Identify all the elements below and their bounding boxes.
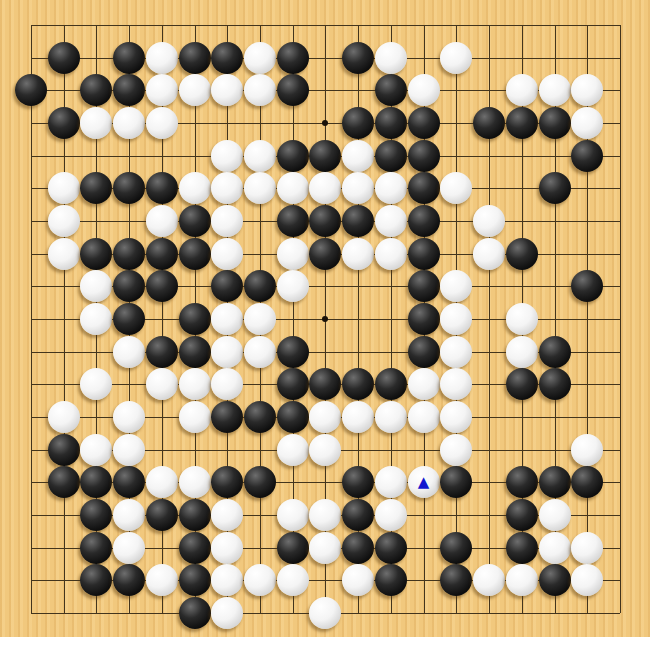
black-stone[interactable]: [244, 466, 276, 498]
white-stone[interactable]: [506, 336, 538, 368]
black-stone[interactable]: [277, 205, 309, 237]
white-stone[interactable]: [375, 238, 407, 270]
black-stone[interactable]: [571, 270, 603, 302]
black-stone[interactable]: [506, 466, 538, 498]
black-stone[interactable]: [146, 336, 178, 368]
black-stone[interactable]: [113, 466, 145, 498]
white-stone[interactable]: [342, 238, 374, 270]
white-stone[interactable]: [80, 303, 112, 335]
white-stone[interactable]: [571, 107, 603, 139]
white-stone[interactable]: [375, 499, 407, 531]
black-stone[interactable]: [48, 107, 80, 139]
white-stone[interactable]: [179, 74, 211, 106]
black-stone[interactable]: [277, 401, 309, 433]
white-stone[interactable]: [309, 499, 341, 531]
black-stone[interactable]: [179, 564, 211, 596]
black-stone[interactable]: [179, 499, 211, 531]
black-stone[interactable]: [146, 270, 178, 302]
black-stone[interactable]: [113, 172, 145, 204]
white-stone[interactable]: [48, 401, 80, 433]
black-stone[interactable]: [113, 270, 145, 302]
black-stone[interactable]: [48, 434, 80, 466]
white-stone[interactable]: ▲: [408, 466, 440, 498]
white-stone[interactable]: [211, 205, 243, 237]
white-stone[interactable]: [440, 434, 472, 466]
black-stone[interactable]: [211, 270, 243, 302]
black-stone[interactable]: [179, 205, 211, 237]
black-stone[interactable]: [179, 336, 211, 368]
black-stone[interactable]: [277, 336, 309, 368]
white-stone[interactable]: [179, 172, 211, 204]
white-stone[interactable]: [309, 401, 341, 433]
white-stone[interactable]: [113, 401, 145, 433]
white-stone[interactable]: [113, 434, 145, 466]
white-stone[interactable]: [146, 205, 178, 237]
white-stone[interactable]: [342, 140, 374, 172]
white-stone[interactable]: [211, 303, 243, 335]
black-stone[interactable]: [506, 532, 538, 564]
black-stone[interactable]: [375, 74, 407, 106]
white-stone[interactable]: [113, 107, 145, 139]
white-stone[interactable]: [375, 401, 407, 433]
white-stone[interactable]: [146, 466, 178, 498]
black-stone[interactable]: [539, 336, 571, 368]
black-stone[interactable]: [80, 499, 112, 531]
white-stone[interactable]: [146, 564, 178, 596]
black-stone[interactable]: [408, 270, 440, 302]
white-stone[interactable]: [179, 401, 211, 433]
white-stone[interactable]: [342, 564, 374, 596]
black-stone[interactable]: [539, 368, 571, 400]
white-stone[interactable]: [211, 140, 243, 172]
black-stone[interactable]: [309, 368, 341, 400]
black-stone[interactable]: [179, 303, 211, 335]
black-stone[interactable]: [113, 564, 145, 596]
white-stone[interactable]: [277, 499, 309, 531]
black-stone[interactable]: [277, 74, 309, 106]
star-point: [322, 316, 328, 322]
black-stone[interactable]: [375, 107, 407, 139]
white-stone[interactable]: [48, 205, 80, 237]
white-stone[interactable]: [80, 107, 112, 139]
white-stone[interactable]: [244, 336, 276, 368]
black-stone[interactable]: [48, 466, 80, 498]
white-stone[interactable]: [539, 532, 571, 564]
white-stone[interactable]: [80, 434, 112, 466]
black-stone[interactable]: [506, 238, 538, 270]
white-stone[interactable]: [375, 205, 407, 237]
black-stone[interactable]: [473, 107, 505, 139]
white-stone[interactable]: [244, 140, 276, 172]
white-stone[interactable]: [179, 466, 211, 498]
white-stone[interactable]: [506, 303, 538, 335]
black-stone[interactable]: [80, 466, 112, 498]
white-stone[interactable]: [408, 401, 440, 433]
black-stone[interactable]: [408, 238, 440, 270]
white-stone[interactable]: [211, 172, 243, 204]
star-point: [322, 120, 328, 126]
black-stone[interactable]: [179, 42, 211, 74]
white-stone[interactable]: [571, 532, 603, 564]
black-stone[interactable]: [309, 140, 341, 172]
black-stone[interactable]: [571, 466, 603, 498]
black-stone[interactable]: [179, 532, 211, 564]
black-stone[interactable]: [277, 368, 309, 400]
black-stone[interactable]: [539, 466, 571, 498]
white-stone[interactable]: [408, 74, 440, 106]
black-stone[interactable]: [15, 74, 47, 106]
white-stone[interactable]: [440, 172, 472, 204]
white-stone[interactable]: [211, 499, 243, 531]
black-stone[interactable]: [408, 107, 440, 139]
white-stone[interactable]: [375, 466, 407, 498]
white-stone[interactable]: [113, 532, 145, 564]
black-stone[interactable]: [113, 42, 145, 74]
white-stone[interactable]: [277, 238, 309, 270]
black-stone[interactable]: [211, 466, 243, 498]
black-stone[interactable]: [571, 140, 603, 172]
white-stone[interactable]: [277, 172, 309, 204]
black-stone[interactable]: [539, 564, 571, 596]
black-stone[interactable]: [342, 107, 374, 139]
white-stone[interactable]: [146, 42, 178, 74]
white-stone[interactable]: [48, 238, 80, 270]
white-stone[interactable]: [80, 368, 112, 400]
white-stone[interactable]: [342, 401, 374, 433]
black-stone[interactable]: [342, 532, 374, 564]
white-stone[interactable]: [80, 270, 112, 302]
white-stone[interactable]: [506, 74, 538, 106]
black-stone[interactable]: [211, 42, 243, 74]
black-stone[interactable]: [146, 172, 178, 204]
black-stone[interactable]: [506, 107, 538, 139]
black-stone[interactable]: [440, 564, 472, 596]
go-board[interactable]: ▲: [0, 0, 650, 637]
white-stone[interactable]: [244, 74, 276, 106]
black-stone[interactable]: [244, 270, 276, 302]
white-stone[interactable]: [309, 532, 341, 564]
white-stone[interactable]: [277, 270, 309, 302]
white-stone[interactable]: [113, 336, 145, 368]
white-stone[interactable]: [408, 368, 440, 400]
white-stone[interactable]: [473, 238, 505, 270]
white-stone[interactable]: [506, 564, 538, 596]
black-stone[interactable]: [342, 205, 374, 237]
black-stone[interactable]: [277, 42, 309, 74]
black-stone[interactable]: [506, 499, 538, 531]
black-stone[interactable]: [244, 401, 276, 433]
black-stone[interactable]: [179, 597, 211, 629]
black-stone[interactable]: [506, 368, 538, 400]
white-stone[interactable]: [211, 238, 243, 270]
white-stone[interactable]: [440, 401, 472, 433]
black-stone[interactable]: [342, 499, 374, 531]
black-stone[interactable]: [342, 42, 374, 74]
black-stone[interactable]: [113, 238, 145, 270]
white-stone[interactable]: [473, 205, 505, 237]
grid-line-vertical: [620, 25, 621, 613]
white-stone[interactable]: [309, 172, 341, 204]
black-stone[interactable]: [408, 140, 440, 172]
white-stone[interactable]: [211, 74, 243, 106]
white-stone[interactable]: [440, 368, 472, 400]
white-stone[interactable]: [211, 564, 243, 596]
black-stone[interactable]: [113, 303, 145, 335]
go-game-screenshot: ▲: [0, 0, 650, 645]
white-stone[interactable]: [375, 42, 407, 74]
white-stone[interactable]: [440, 42, 472, 74]
black-stone[interactable]: [48, 42, 80, 74]
white-stone[interactable]: [440, 336, 472, 368]
black-stone[interactable]: [80, 532, 112, 564]
white-stone[interactable]: [375, 172, 407, 204]
black-stone[interactable]: [408, 303, 440, 335]
black-stone[interactable]: [375, 564, 407, 596]
black-stone[interactable]: [146, 499, 178, 531]
black-stone[interactable]: [440, 532, 472, 564]
black-stone[interactable]: [277, 140, 309, 172]
black-stone[interactable]: [539, 172, 571, 204]
black-stone[interactable]: [211, 401, 243, 433]
white-stone[interactable]: [309, 434, 341, 466]
black-stone[interactable]: [375, 140, 407, 172]
white-stone[interactable]: [244, 172, 276, 204]
white-stone[interactable]: [211, 336, 243, 368]
last-move-triangle-marker: ▲: [418, 475, 430, 490]
white-stone[interactable]: [244, 303, 276, 335]
white-stone[interactable]: [244, 564, 276, 596]
black-stone[interactable]: [539, 107, 571, 139]
white-stone[interactable]: [146, 74, 178, 106]
white-stone[interactable]: [571, 564, 603, 596]
black-stone[interactable]: [309, 205, 341, 237]
black-stone[interactable]: [277, 532, 309, 564]
black-stone[interactable]: [146, 238, 178, 270]
black-stone[interactable]: [408, 172, 440, 204]
black-stone[interactable]: [309, 238, 341, 270]
black-stone[interactable]: [342, 466, 374, 498]
white-stone[interactable]: [473, 564, 505, 596]
black-stone[interactable]: [375, 532, 407, 564]
black-stone[interactable]: [179, 238, 211, 270]
white-stone[interactable]: [571, 74, 603, 106]
white-stone[interactable]: [113, 499, 145, 531]
white-stone[interactable]: [571, 434, 603, 466]
white-stone[interactable]: [211, 597, 243, 629]
white-stone[interactable]: [146, 368, 178, 400]
white-stone[interactable]: [48, 172, 80, 204]
white-stone[interactable]: [179, 368, 211, 400]
black-stone[interactable]: [80, 74, 112, 106]
white-stone[interactable]: [440, 303, 472, 335]
white-stone[interactable]: [440, 270, 472, 302]
white-stone[interactable]: [309, 597, 341, 629]
white-stone[interactable]: [342, 172, 374, 204]
white-stone[interactable]: [277, 564, 309, 596]
white-stone[interactable]: [244, 42, 276, 74]
white-stone[interactable]: [146, 107, 178, 139]
black-stone[interactable]: [375, 368, 407, 400]
black-stone[interactable]: [342, 368, 374, 400]
white-stone[interactable]: [211, 368, 243, 400]
black-stone[interactable]: [80, 564, 112, 596]
black-stone[interactable]: [440, 466, 472, 498]
black-stone[interactable]: [80, 172, 112, 204]
black-stone[interactable]: [408, 336, 440, 368]
page-bottom-strip: [0, 637, 650, 645]
black-stone[interactable]: [80, 238, 112, 270]
white-stone[interactable]: [277, 434, 309, 466]
white-stone[interactable]: [539, 74, 571, 106]
black-stone[interactable]: [408, 205, 440, 237]
white-stone[interactable]: [211, 532, 243, 564]
black-stone[interactable]: [113, 74, 145, 106]
white-stone[interactable]: [539, 499, 571, 531]
